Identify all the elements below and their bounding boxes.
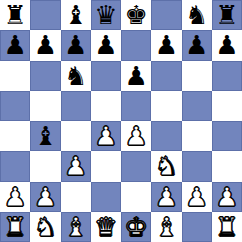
- white-king: ♚: [124, 214, 147, 240]
- square-c7[interactable]: ♟: [61, 30, 91, 60]
- square-a4[interactable]: [0, 121, 30, 151]
- square-c2[interactable]: [61, 182, 91, 212]
- square-e6[interactable]: ♟: [121, 61, 151, 91]
- black-knight: ♞: [185, 2, 208, 28]
- white-pawn: ♟: [94, 123, 117, 149]
- square-c4[interactable]: [61, 121, 91, 151]
- square-f2[interactable]: ♟: [151, 182, 181, 212]
- white-pawn: ♟: [64, 153, 87, 179]
- black-pawn: ♟: [34, 32, 57, 58]
- black-pawn: ♟: [124, 63, 147, 89]
- white-knight: ♞: [34, 214, 57, 240]
- square-c5[interactable]: [61, 91, 91, 121]
- square-a6[interactable]: [0, 61, 30, 91]
- square-h5[interactable]: [212, 91, 242, 121]
- chess-board: ♜♝♛♚♞♜♟♟♟♟♟♟♟♞♟♝♟♟♟♞♟♟♟♟♟♜♞♝♛♚♝♜: [0, 0, 242, 242]
- square-a2[interactable]: ♟: [0, 182, 30, 212]
- square-g3[interactable]: [182, 151, 212, 181]
- square-f4[interactable]: [151, 121, 181, 151]
- black-king: ♚: [124, 2, 147, 28]
- square-h1[interactable]: ♜: [212, 212, 242, 242]
- square-c3[interactable]: ♟: [61, 151, 91, 181]
- black-queen: ♛: [94, 2, 117, 28]
- black-pawn: ♟: [94, 32, 117, 58]
- black-pawn: ♟: [185, 32, 208, 58]
- square-d6[interactable]: [91, 61, 121, 91]
- square-b8[interactable]: [30, 0, 60, 30]
- square-c8[interactable]: ♝: [61, 0, 91, 30]
- square-c6[interactable]: ♞: [61, 61, 91, 91]
- black-pawn: ♟: [64, 32, 87, 58]
- square-d3[interactable]: [91, 151, 121, 181]
- square-b2[interactable]: ♟: [30, 182, 60, 212]
- black-pawn: ♟: [155, 32, 178, 58]
- square-b5[interactable]: [30, 91, 60, 121]
- square-b4[interactable]: ♝: [30, 121, 60, 151]
- square-a3[interactable]: [0, 151, 30, 181]
- white-pawn: ♟: [155, 184, 178, 210]
- black-knight: ♞: [64, 63, 87, 89]
- square-f3[interactable]: ♞: [151, 151, 181, 181]
- square-e8[interactable]: ♚: [121, 0, 151, 30]
- white-rook: ♜: [3, 214, 26, 240]
- white-pawn: ♟: [3, 184, 26, 210]
- square-f1[interactable]: ♝: [151, 212, 181, 242]
- square-h3[interactable]: [212, 151, 242, 181]
- square-g4[interactable]: [182, 121, 212, 151]
- square-b1[interactable]: ♞: [30, 212, 60, 242]
- white-bishop: ♝: [64, 214, 87, 240]
- square-e7[interactable]: [121, 30, 151, 60]
- square-g7[interactable]: ♟: [182, 30, 212, 60]
- square-a7[interactable]: ♟: [0, 30, 30, 60]
- square-b7[interactable]: ♟: [30, 30, 60, 60]
- square-d2[interactable]: [91, 182, 121, 212]
- black-rook: ♜: [215, 2, 238, 28]
- square-d8[interactable]: ♛: [91, 0, 121, 30]
- square-f6[interactable]: [151, 61, 181, 91]
- square-h4[interactable]: [212, 121, 242, 151]
- white-bishop: ♝: [155, 214, 178, 240]
- square-h2[interactable]: ♟: [212, 182, 242, 212]
- white-pawn: ♟: [124, 123, 147, 149]
- square-g2[interactable]: ♟: [182, 182, 212, 212]
- square-h6[interactable]: [212, 61, 242, 91]
- square-a8[interactable]: ♜: [0, 0, 30, 30]
- square-d7[interactable]: ♟: [91, 30, 121, 60]
- square-a5[interactable]: [0, 91, 30, 121]
- square-d1[interactable]: ♛: [91, 212, 121, 242]
- white-queen: ♛: [94, 214, 117, 240]
- black-rook: ♜: [3, 2, 26, 28]
- white-pawn: ♟: [215, 184, 238, 210]
- white-knight: ♞: [155, 153, 178, 179]
- square-f7[interactable]: ♟: [151, 30, 181, 60]
- square-e3[interactable]: [121, 151, 151, 181]
- black-pawn: ♟: [215, 32, 238, 58]
- square-b3[interactable]: [30, 151, 60, 181]
- square-d5[interactable]: [91, 91, 121, 121]
- square-f8[interactable]: [151, 0, 181, 30]
- black-bishop: ♝: [34, 123, 57, 149]
- square-b6[interactable]: [30, 61, 60, 91]
- square-e2[interactable]: [121, 182, 151, 212]
- square-g8[interactable]: ♞: [182, 0, 212, 30]
- black-bishop: ♝: [64, 2, 87, 28]
- white-pawn: ♟: [34, 184, 57, 210]
- square-e1[interactable]: ♚: [121, 212, 151, 242]
- square-g6[interactable]: [182, 61, 212, 91]
- square-g5[interactable]: [182, 91, 212, 121]
- square-h8[interactable]: ♜: [212, 0, 242, 30]
- square-f5[interactable]: [151, 91, 181, 121]
- square-g1[interactable]: [182, 212, 212, 242]
- square-a1[interactable]: ♜: [0, 212, 30, 242]
- square-h7[interactable]: ♟: [212, 30, 242, 60]
- square-e5[interactable]: [121, 91, 151, 121]
- white-pawn: ♟: [185, 184, 208, 210]
- square-e4[interactable]: ♟: [121, 121, 151, 151]
- black-pawn: ♟: [3, 32, 26, 58]
- square-c1[interactable]: ♝: [61, 212, 91, 242]
- square-d4[interactable]: ♟: [91, 121, 121, 151]
- white-rook: ♜: [215, 214, 238, 240]
